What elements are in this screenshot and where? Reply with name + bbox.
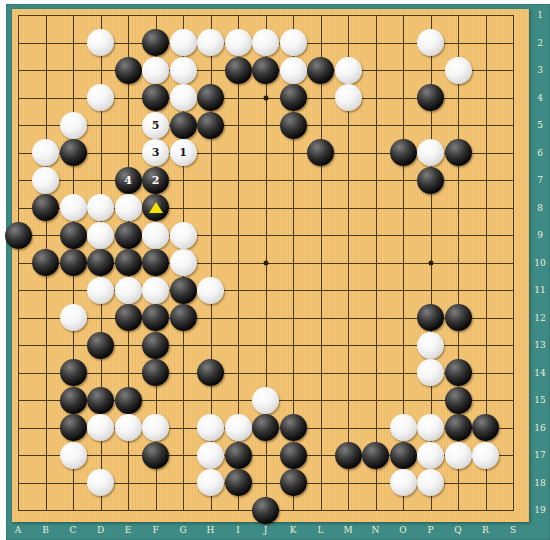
intersection-C7[interactable] [59, 166, 87, 194]
intersection-P5[interactable] [417, 111, 445, 139]
intersection-F6[interactable]: 3 [142, 139, 170, 167]
intersection-G13[interactable] [169, 331, 197, 359]
intersection-Q15[interactable] [444, 386, 472, 414]
intersection-B14[interactable] [32, 359, 60, 387]
intersection-M14[interactable] [334, 359, 362, 387]
intersection-E7[interactable]: 4 [114, 166, 142, 194]
intersection-R11[interactable] [472, 276, 500, 304]
intersection-E2[interactable] [114, 29, 142, 57]
intersection-J4[interactable] [252, 84, 280, 112]
intersection-O2[interactable] [389, 29, 417, 57]
intersection-K16[interactable] [279, 414, 307, 442]
intersection-D19[interactable] [87, 496, 115, 524]
intersection-F3[interactable] [142, 56, 170, 84]
intersection-F15[interactable] [142, 386, 170, 414]
intersection-D12[interactable] [87, 304, 115, 332]
intersection-E16[interactable] [114, 414, 142, 442]
intersection-H2[interactable] [197, 29, 225, 57]
intersection-Q9[interactable] [444, 221, 472, 249]
intersection-B12[interactable] [32, 304, 60, 332]
intersection-C5[interactable] [59, 111, 87, 139]
intersection-H13[interactable] [197, 331, 225, 359]
intersection-C1[interactable] [59, 1, 87, 29]
intersection-M8[interactable] [334, 194, 362, 222]
intersection-E3[interactable] [114, 56, 142, 84]
intersection-Q12[interactable] [444, 304, 472, 332]
intersection-A8[interactable] [4, 194, 32, 222]
intersection-A18[interactable] [4, 469, 32, 497]
intersection-N14[interactable] [362, 359, 390, 387]
intersection-E6[interactable] [114, 139, 142, 167]
intersection-E12[interactable] [114, 304, 142, 332]
intersection-G3[interactable] [169, 56, 197, 84]
intersection-P6[interactable] [417, 139, 445, 167]
intersection-P12[interactable] [417, 304, 445, 332]
intersection-K3[interactable] [279, 56, 307, 84]
intersection-R5[interactable] [472, 111, 500, 139]
intersection-B2[interactable] [32, 29, 60, 57]
intersection-M12[interactable] [334, 304, 362, 332]
intersection-M4[interactable] [334, 84, 362, 112]
intersection-R19[interactable] [472, 496, 500, 524]
intersection-F8[interactable] [142, 194, 170, 222]
intersection-Q3[interactable] [444, 56, 472, 84]
intersection-O17[interactable] [389, 441, 417, 469]
intersection-R16[interactable] [472, 414, 500, 442]
intersection-H4[interactable] [197, 84, 225, 112]
intersection-B13[interactable] [32, 331, 60, 359]
intersection-L1[interactable] [307, 1, 335, 29]
intersection-A1[interactable] [4, 1, 32, 29]
intersection-C3[interactable] [59, 56, 87, 84]
intersection-S11[interactable] [499, 276, 527, 304]
intersection-L3[interactable] [307, 56, 335, 84]
intersection-O16[interactable] [389, 414, 417, 442]
intersection-I4[interactable] [224, 84, 252, 112]
intersection-S13[interactable] [499, 331, 527, 359]
intersection-B17[interactable] [32, 441, 60, 469]
intersection-R15[interactable] [472, 386, 500, 414]
intersection-F9[interactable] [142, 221, 170, 249]
intersection-G17[interactable] [169, 441, 197, 469]
intersection-H11[interactable] [197, 276, 225, 304]
intersection-L13[interactable] [307, 331, 335, 359]
intersection-P2[interactable] [417, 29, 445, 57]
intersection-S17[interactable] [499, 441, 527, 469]
intersection-F13[interactable] [142, 331, 170, 359]
intersection-A12[interactable] [4, 304, 32, 332]
intersection-A3[interactable] [4, 56, 32, 84]
intersection-N18[interactable] [362, 469, 390, 497]
intersection-K7[interactable] [279, 166, 307, 194]
intersection-N5[interactable] [362, 111, 390, 139]
intersection-N3[interactable] [362, 56, 390, 84]
intersection-K19[interactable] [279, 496, 307, 524]
intersection-I2[interactable] [224, 29, 252, 57]
intersection-J8[interactable] [252, 194, 280, 222]
intersection-C6[interactable] [59, 139, 87, 167]
intersection-H17[interactable] [197, 441, 225, 469]
intersection-G7[interactable] [169, 166, 197, 194]
intersection-S2[interactable] [499, 29, 527, 57]
intersection-Q16[interactable] [444, 414, 472, 442]
intersection-D13[interactable] [87, 331, 115, 359]
intersection-R8[interactable] [472, 194, 500, 222]
intersection-S6[interactable] [499, 139, 527, 167]
intersection-K8[interactable] [279, 194, 307, 222]
intersection-F5[interactable]: 5 [142, 111, 170, 139]
intersection-J16[interactable] [252, 414, 280, 442]
intersection-Q2[interactable] [444, 29, 472, 57]
intersection-L19[interactable] [307, 496, 335, 524]
intersection-S1[interactable] [499, 1, 527, 29]
intersection-L6[interactable] [307, 139, 335, 167]
intersection-B7[interactable] [32, 166, 60, 194]
intersection-A11[interactable] [4, 276, 32, 304]
intersection-F4[interactable] [142, 84, 170, 112]
intersection-K1[interactable] [279, 1, 307, 29]
intersection-J1[interactable] [252, 1, 280, 29]
intersection-B9[interactable] [32, 221, 60, 249]
intersection-C15[interactable] [59, 386, 87, 414]
intersection-S3[interactable] [499, 56, 527, 84]
intersection-K2[interactable] [279, 29, 307, 57]
intersection-D11[interactable] [87, 276, 115, 304]
intersection-K13[interactable] [279, 331, 307, 359]
intersection-R13[interactable] [472, 331, 500, 359]
intersection-L5[interactable] [307, 111, 335, 139]
intersection-A17[interactable] [4, 441, 32, 469]
intersection-M2[interactable] [334, 29, 362, 57]
intersection-L10[interactable] [307, 249, 335, 277]
intersection-G11[interactable] [169, 276, 197, 304]
intersection-P9[interactable] [417, 221, 445, 249]
intersection-F2[interactable] [142, 29, 170, 57]
intersection-J11[interactable] [252, 276, 280, 304]
intersection-P13[interactable] [417, 331, 445, 359]
intersection-O15[interactable] [389, 386, 417, 414]
intersection-C4[interactable] [59, 84, 87, 112]
intersection-G4[interactable] [169, 84, 197, 112]
intersection-A14[interactable] [4, 359, 32, 387]
intersection-M10[interactable] [334, 249, 362, 277]
intersection-P15[interactable] [417, 386, 445, 414]
intersection-M5[interactable] [334, 111, 362, 139]
intersection-B15[interactable] [32, 386, 60, 414]
intersection-N19[interactable] [362, 496, 390, 524]
intersection-B18[interactable] [32, 469, 60, 497]
intersection-O3[interactable] [389, 56, 417, 84]
intersection-A13[interactable] [4, 331, 32, 359]
intersection-F18[interactable] [142, 469, 170, 497]
intersection-I12[interactable] [224, 304, 252, 332]
intersection-I5[interactable] [224, 111, 252, 139]
intersection-R9[interactable] [472, 221, 500, 249]
intersection-I17[interactable] [224, 441, 252, 469]
intersection-B6[interactable] [32, 139, 60, 167]
intersection-M7[interactable] [334, 166, 362, 194]
intersection-Q5[interactable] [444, 111, 472, 139]
intersection-E5[interactable] [114, 111, 142, 139]
intersection-N8[interactable] [362, 194, 390, 222]
intersection-I7[interactable] [224, 166, 252, 194]
intersection-Q6[interactable] [444, 139, 472, 167]
intersection-H15[interactable] [197, 386, 225, 414]
intersection-A19[interactable] [4, 496, 32, 524]
intersection-A16[interactable] [4, 414, 32, 442]
intersection-J5[interactable] [252, 111, 280, 139]
intersection-J9[interactable] [252, 221, 280, 249]
intersection-P18[interactable] [417, 469, 445, 497]
intersection-F10[interactable] [142, 249, 170, 277]
intersection-D1[interactable] [87, 1, 115, 29]
intersection-C13[interactable] [59, 331, 87, 359]
intersection-P19[interactable] [417, 496, 445, 524]
intersection-O14[interactable] [389, 359, 417, 387]
intersection-O18[interactable] [389, 469, 417, 497]
intersection-O5[interactable] [389, 111, 417, 139]
intersection-B4[interactable] [32, 84, 60, 112]
intersection-J18[interactable] [252, 469, 280, 497]
intersection-G5[interactable] [169, 111, 197, 139]
intersection-M11[interactable] [334, 276, 362, 304]
intersection-B16[interactable] [32, 414, 60, 442]
intersection-J19[interactable] [252, 496, 280, 524]
intersection-Q8[interactable] [444, 194, 472, 222]
intersection-N7[interactable] [362, 166, 390, 194]
intersection-S15[interactable] [499, 386, 527, 414]
intersection-I1[interactable] [224, 1, 252, 29]
intersection-S4[interactable] [499, 84, 527, 112]
intersection-I11[interactable] [224, 276, 252, 304]
intersection-H12[interactable] [197, 304, 225, 332]
intersection-J6[interactable] [252, 139, 280, 167]
intersection-A6[interactable] [4, 139, 32, 167]
intersection-Q14[interactable] [444, 359, 472, 387]
intersection-M9[interactable] [334, 221, 362, 249]
intersection-E19[interactable] [114, 496, 142, 524]
intersection-A5[interactable] [4, 111, 32, 139]
intersection-D8[interactable] [87, 194, 115, 222]
intersection-E17[interactable] [114, 441, 142, 469]
intersection-D18[interactable] [87, 469, 115, 497]
intersection-S14[interactable] [499, 359, 527, 387]
intersection-K10[interactable] [279, 249, 307, 277]
intersection-C8[interactable] [59, 194, 87, 222]
intersection-F12[interactable] [142, 304, 170, 332]
intersection-N16[interactable] [362, 414, 390, 442]
intersection-R12[interactable] [472, 304, 500, 332]
intersection-E1[interactable] [114, 1, 142, 29]
intersection-O8[interactable] [389, 194, 417, 222]
intersection-F19[interactable] [142, 496, 170, 524]
intersection-C10[interactable] [59, 249, 87, 277]
intersection-N12[interactable] [362, 304, 390, 332]
intersection-D5[interactable] [87, 111, 115, 139]
intersection-O9[interactable] [389, 221, 417, 249]
intersection-D6[interactable] [87, 139, 115, 167]
intersection-L2[interactable] [307, 29, 335, 57]
intersection-G15[interactable] [169, 386, 197, 414]
intersection-O6[interactable] [389, 139, 417, 167]
intersection-F16[interactable] [142, 414, 170, 442]
intersection-Q17[interactable] [444, 441, 472, 469]
intersection-D4[interactable] [87, 84, 115, 112]
intersection-K14[interactable] [279, 359, 307, 387]
intersection-M15[interactable] [334, 386, 362, 414]
intersection-C12[interactable] [59, 304, 87, 332]
intersection-S18[interactable] [499, 469, 527, 497]
intersection-P14[interactable] [417, 359, 445, 387]
intersection-Q19[interactable] [444, 496, 472, 524]
intersection-M1[interactable] [334, 1, 362, 29]
intersection-B11[interactable] [32, 276, 60, 304]
intersection-A15[interactable] [4, 386, 32, 414]
intersection-S12[interactable] [499, 304, 527, 332]
intersection-B1[interactable] [32, 1, 60, 29]
intersection-N2[interactable] [362, 29, 390, 57]
intersection-Q18[interactable] [444, 469, 472, 497]
intersection-N4[interactable] [362, 84, 390, 112]
intersection-R14[interactable] [472, 359, 500, 387]
intersection-N1[interactable] [362, 1, 390, 29]
intersection-H8[interactable] [197, 194, 225, 222]
intersection-K11[interactable] [279, 276, 307, 304]
intersection-E9[interactable] [114, 221, 142, 249]
intersection-K18[interactable] [279, 469, 307, 497]
intersection-I18[interactable] [224, 469, 252, 497]
intersection-A2[interactable] [4, 29, 32, 57]
intersection-O4[interactable] [389, 84, 417, 112]
go-board[interactable]: 53142 [12, 9, 529, 522]
intersection-D10[interactable] [87, 249, 115, 277]
intersection-P3[interactable] [417, 56, 445, 84]
intersection-B19[interactable] [32, 496, 60, 524]
intersection-O19[interactable] [389, 496, 417, 524]
intersection-D16[interactable] [87, 414, 115, 442]
intersection-P10[interactable] [417, 249, 445, 277]
intersection-A4[interactable] [4, 84, 32, 112]
intersection-H6[interactable] [197, 139, 225, 167]
intersection-G18[interactable] [169, 469, 197, 497]
intersection-D9[interactable] [87, 221, 115, 249]
intersection-M16[interactable] [334, 414, 362, 442]
intersection-P8[interactable] [417, 194, 445, 222]
intersection-K12[interactable] [279, 304, 307, 332]
intersection-I9[interactable] [224, 221, 252, 249]
intersection-D14[interactable] [87, 359, 115, 387]
intersection-C17[interactable] [59, 441, 87, 469]
intersection-S16[interactable] [499, 414, 527, 442]
intersection-A9[interactable] [4, 221, 32, 249]
intersection-A10[interactable] [4, 249, 32, 277]
intersection-Q11[interactable] [444, 276, 472, 304]
intersection-H7[interactable] [197, 166, 225, 194]
intersection-I14[interactable] [224, 359, 252, 387]
intersection-N9[interactable] [362, 221, 390, 249]
intersection-R2[interactable] [472, 29, 500, 57]
intersection-L8[interactable] [307, 194, 335, 222]
intersection-P16[interactable] [417, 414, 445, 442]
intersection-H9[interactable] [197, 221, 225, 249]
intersection-I13[interactable] [224, 331, 252, 359]
intersection-R17[interactable] [472, 441, 500, 469]
intersection-J17[interactable] [252, 441, 280, 469]
intersection-D15[interactable] [87, 386, 115, 414]
intersection-G6[interactable]: 1 [169, 139, 197, 167]
intersection-K4[interactable] [279, 84, 307, 112]
intersection-L15[interactable] [307, 386, 335, 414]
intersection-A7[interactable] [4, 166, 32, 194]
intersection-L16[interactable] [307, 414, 335, 442]
intersection-G9[interactable] [169, 221, 197, 249]
intersection-M13[interactable] [334, 331, 362, 359]
intersection-L9[interactable] [307, 221, 335, 249]
intersection-G19[interactable] [169, 496, 197, 524]
intersection-G12[interactable] [169, 304, 197, 332]
intersection-J14[interactable] [252, 359, 280, 387]
intersection-Q13[interactable] [444, 331, 472, 359]
intersection-M3[interactable] [334, 56, 362, 84]
intersection-B8[interactable] [32, 194, 60, 222]
intersection-H14[interactable] [197, 359, 225, 387]
intersection-L4[interactable] [307, 84, 335, 112]
intersection-I15[interactable] [224, 386, 252, 414]
intersection-D17[interactable] [87, 441, 115, 469]
intersection-L12[interactable] [307, 304, 335, 332]
intersection-F17[interactable] [142, 441, 170, 469]
intersection-R4[interactable] [472, 84, 500, 112]
intersection-S9[interactable] [499, 221, 527, 249]
intersection-J3[interactable] [252, 56, 280, 84]
intersection-G1[interactable] [169, 1, 197, 29]
intersection-S5[interactable] [499, 111, 527, 139]
intersection-B3[interactable] [32, 56, 60, 84]
intersection-J12[interactable] [252, 304, 280, 332]
intersection-I6[interactable] [224, 139, 252, 167]
intersection-R7[interactable] [472, 166, 500, 194]
intersection-N13[interactable] [362, 331, 390, 359]
intersection-C14[interactable] [59, 359, 87, 387]
intersection-E18[interactable] [114, 469, 142, 497]
intersection-M18[interactable] [334, 469, 362, 497]
intersection-K6[interactable] [279, 139, 307, 167]
intersection-R18[interactable] [472, 469, 500, 497]
intersection-I16[interactable] [224, 414, 252, 442]
intersection-O12[interactable] [389, 304, 417, 332]
intersection-P1[interactable] [417, 1, 445, 29]
intersection-O13[interactable] [389, 331, 417, 359]
intersection-Q1[interactable] [444, 1, 472, 29]
intersection-G2[interactable] [169, 29, 197, 57]
intersection-O10[interactable] [389, 249, 417, 277]
intersection-C19[interactable] [59, 496, 87, 524]
intersection-C9[interactable] [59, 221, 87, 249]
intersection-K15[interactable] [279, 386, 307, 414]
intersection-C16[interactable] [59, 414, 87, 442]
intersection-O7[interactable] [389, 166, 417, 194]
intersection-Q10[interactable] [444, 249, 472, 277]
intersection-H19[interactable] [197, 496, 225, 524]
intersection-B5[interactable] [32, 111, 60, 139]
intersection-S19[interactable] [499, 496, 527, 524]
intersection-E11[interactable] [114, 276, 142, 304]
intersection-M6[interactable] [334, 139, 362, 167]
intersection-L7[interactable] [307, 166, 335, 194]
intersection-N17[interactable] [362, 441, 390, 469]
intersection-L17[interactable] [307, 441, 335, 469]
intersection-D2[interactable] [87, 29, 115, 57]
